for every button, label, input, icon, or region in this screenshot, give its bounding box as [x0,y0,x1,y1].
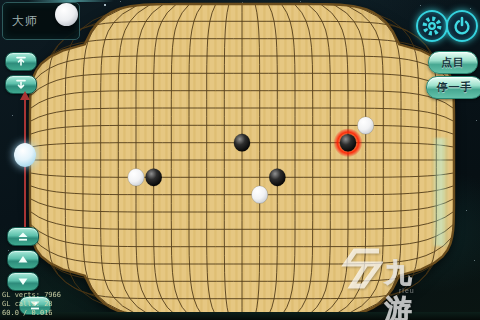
stone-white [251,186,267,204]
stone-black [340,134,356,152]
count-territory-label: 点目 [441,55,465,70]
ground-strip [0,312,480,320]
settings-button[interactable] [416,10,448,42]
pass-label: 停一手 [437,80,473,95]
player-color-stone [55,3,78,26]
go-board[interactable] [0,0,480,320]
nav-first-move-button[interactable] [7,227,39,246]
app-screen: 大师 点目 停一手 [0,0,480,320]
count-territory-button[interactable]: 点目 [428,51,478,74]
player-name: 大师 [12,13,38,30]
power-button[interactable] [446,10,478,42]
gear-icon [421,15,443,37]
stone-white [128,169,144,187]
stone-black [234,134,250,152]
debug-stats: GL verts: 7966 GL calls: 28 60.0 / 0.016 [2,291,61,318]
jump-to-start-icon [15,56,27,67]
page-first-icon [17,231,29,242]
stone-black [145,169,161,187]
step-down-icon [17,276,29,287]
move-slider-knob[interactable] [14,143,36,167]
nav-prev-move-button[interactable] [7,250,39,269]
nav-next-move-button[interactable] [7,272,39,291]
step-up-icon [17,254,29,265]
stone-white [357,117,373,135]
board-edge-shade [30,4,454,316]
power-icon [451,15,473,37]
nav-jump-to-start-button[interactable] [5,52,37,71]
stone-black [269,169,285,187]
jump-to-end-icon [15,79,27,90]
pass-button[interactable]: 停一手 [426,76,480,99]
